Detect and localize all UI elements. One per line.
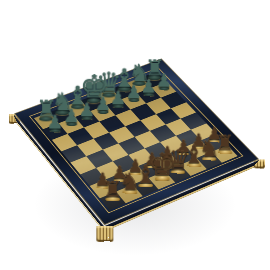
product-photo: ♜♞♝♛♚♝♞♜♟♟♟♟♟♟♟♟♟♟♟♟♟♟♟♟♜♞♝♛♚♝♞♜ <box>0 0 270 270</box>
pawn-icon: ♟ <box>47 113 64 132</box>
board-foot-bottom <box>97 226 114 242</box>
chess-piece-green-pawn: ♟ <box>43 111 67 131</box>
chess-board: ♜♞♝♛♚♝♞♜♟♟♟♟♟♟♟♟♟♟♟♟♟♟♟♟♜♞♝♛♚♝♞♜ <box>14 58 259 225</box>
scene-tilt: ♜♞♝♛♚♝♞♜♟♟♟♟♟♟♟♟♟♟♟♟♟♟♟♟♜♞♝♛♚♝♞♜ <box>0 0 270 270</box>
chess-piece-bronze-rook: ♜ <box>100 175 125 200</box>
scene-3d: ♜♞♝♛♚♝♞♜♟♟♟♟♟♟♟♟♟♟♟♟♟♟♟♟♜♞♝♛♚♝♞♜ <box>0 0 270 270</box>
rook-icon: ♜ <box>103 178 123 200</box>
